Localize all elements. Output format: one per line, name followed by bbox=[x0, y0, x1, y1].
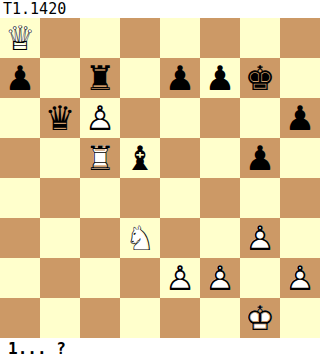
square-c8[interactable] bbox=[80, 18, 120, 58]
square-b7[interactable] bbox=[40, 58, 80, 98]
white-knight-icon: ♘ bbox=[120, 218, 160, 258]
square-d3[interactable]: ♞♘ bbox=[120, 218, 160, 258]
white-pawn-icon-fill: ♟ bbox=[280, 258, 320, 298]
white-pawn-icon-fill: ♟ bbox=[240, 218, 280, 258]
square-f4[interactable] bbox=[200, 178, 240, 218]
square-g7[interactable]: ♚ bbox=[240, 58, 280, 98]
square-a6[interactable] bbox=[0, 98, 40, 138]
square-b8[interactable] bbox=[40, 18, 80, 58]
black-pawn-icon: ♟ bbox=[280, 98, 320, 138]
square-d8[interactable] bbox=[120, 18, 160, 58]
white-pawn-icon-fill: ♟ bbox=[160, 258, 200, 298]
white-rook-icon-fill: ♜ bbox=[80, 138, 120, 178]
square-b5[interactable] bbox=[40, 138, 80, 178]
white-pawn-icon-fill: ♟ bbox=[200, 258, 240, 298]
chess-board: ♛♕♟♜♟♟♚♛♟♙♟♜♖♝♟♞♘♟♙♟♙♟♙♟♙♚♔ bbox=[0, 18, 320, 338]
square-d1[interactable] bbox=[120, 298, 160, 338]
black-pawn-icon: ♟ bbox=[240, 138, 280, 178]
square-e2[interactable]: ♟♙ bbox=[160, 258, 200, 298]
square-f3[interactable] bbox=[200, 218, 240, 258]
square-b3[interactable] bbox=[40, 218, 80, 258]
square-a8[interactable]: ♛♕ bbox=[0, 18, 40, 58]
white-pawn-icon: ♙ bbox=[200, 258, 240, 298]
black-queen-icon: ♛ bbox=[40, 98, 80, 138]
black-king-icon: ♚ bbox=[240, 58, 280, 98]
white-queen-icon: ♕ bbox=[0, 18, 40, 58]
white-pawn-icon: ♙ bbox=[160, 258, 200, 298]
square-h8[interactable] bbox=[280, 18, 320, 58]
square-h6[interactable]: ♟ bbox=[280, 98, 320, 138]
white-pawn-icon: ♙ bbox=[80, 98, 120, 138]
square-g6[interactable] bbox=[240, 98, 280, 138]
square-a7[interactable]: ♟ bbox=[0, 58, 40, 98]
square-a3[interactable] bbox=[0, 218, 40, 258]
square-c6[interactable]: ♟♙ bbox=[80, 98, 120, 138]
square-a4[interactable] bbox=[0, 178, 40, 218]
square-b6[interactable]: ♛ bbox=[40, 98, 80, 138]
square-g5[interactable]: ♟ bbox=[240, 138, 280, 178]
square-e1[interactable] bbox=[160, 298, 200, 338]
white-queen-icon-fill: ♛ bbox=[0, 18, 40, 58]
square-e5[interactable] bbox=[160, 138, 200, 178]
square-g3[interactable]: ♟♙ bbox=[240, 218, 280, 258]
black-rook-icon: ♜ bbox=[80, 58, 120, 98]
square-f6[interactable] bbox=[200, 98, 240, 138]
white-rook-icon: ♖ bbox=[80, 138, 120, 178]
square-b1[interactable] bbox=[40, 298, 80, 338]
square-a5[interactable] bbox=[0, 138, 40, 178]
square-h3[interactable] bbox=[280, 218, 320, 258]
square-g1[interactable]: ♚♔ bbox=[240, 298, 280, 338]
square-c3[interactable] bbox=[80, 218, 120, 258]
chess-puzzle-app: T1.1420 ♛♕♟♜♟♟♚♛♟♙♟♜♖♝♟♞♘♟♙♟♙♟♙♟♙♚♔ 1...… bbox=[0, 0, 320, 360]
square-d6[interactable] bbox=[120, 98, 160, 138]
square-d7[interactable] bbox=[120, 58, 160, 98]
square-b2[interactable] bbox=[40, 258, 80, 298]
square-c4[interactable] bbox=[80, 178, 120, 218]
square-a2[interactable] bbox=[0, 258, 40, 298]
square-e7[interactable]: ♟ bbox=[160, 58, 200, 98]
square-e8[interactable] bbox=[160, 18, 200, 58]
square-f2[interactable]: ♟♙ bbox=[200, 258, 240, 298]
black-bishop-icon: ♝ bbox=[120, 138, 160, 178]
square-f7[interactable]: ♟ bbox=[200, 58, 240, 98]
white-pawn-icon-fill: ♟ bbox=[80, 98, 120, 138]
square-e3[interactable] bbox=[160, 218, 200, 258]
black-pawn-icon: ♟ bbox=[0, 58, 40, 98]
white-pawn-icon: ♙ bbox=[240, 218, 280, 258]
square-f8[interactable] bbox=[200, 18, 240, 58]
square-c7[interactable]: ♜ bbox=[80, 58, 120, 98]
black-pawn-icon: ♟ bbox=[160, 58, 200, 98]
square-g2[interactable] bbox=[240, 258, 280, 298]
square-c5[interactable]: ♜♖ bbox=[80, 138, 120, 178]
square-f5[interactable] bbox=[200, 138, 240, 178]
square-h2[interactable]: ♟♙ bbox=[280, 258, 320, 298]
square-d4[interactable] bbox=[120, 178, 160, 218]
square-h7[interactable] bbox=[280, 58, 320, 98]
square-d5[interactable]: ♝ bbox=[120, 138, 160, 178]
black-pawn-icon: ♟ bbox=[200, 58, 240, 98]
white-pawn-icon: ♙ bbox=[280, 258, 320, 298]
square-d2[interactable] bbox=[120, 258, 160, 298]
square-h1[interactable] bbox=[280, 298, 320, 338]
square-b4[interactable] bbox=[40, 178, 80, 218]
white-king-icon: ♔ bbox=[240, 298, 280, 338]
square-f1[interactable] bbox=[200, 298, 240, 338]
move-prompt: 1... ? bbox=[0, 338, 320, 360]
square-a1[interactable] bbox=[0, 298, 40, 338]
square-h4[interactable] bbox=[280, 178, 320, 218]
square-c1[interactable] bbox=[80, 298, 120, 338]
white-knight-icon-fill: ♞ bbox=[120, 218, 160, 258]
square-e4[interactable] bbox=[160, 178, 200, 218]
puzzle-title: T1.1420 bbox=[0, 0, 320, 18]
square-e6[interactable] bbox=[160, 98, 200, 138]
white-king-icon-fill: ♚ bbox=[240, 298, 280, 338]
square-h5[interactable] bbox=[280, 138, 320, 178]
square-c2[interactable] bbox=[80, 258, 120, 298]
square-g8[interactable] bbox=[240, 18, 280, 58]
square-g4[interactable] bbox=[240, 178, 280, 218]
